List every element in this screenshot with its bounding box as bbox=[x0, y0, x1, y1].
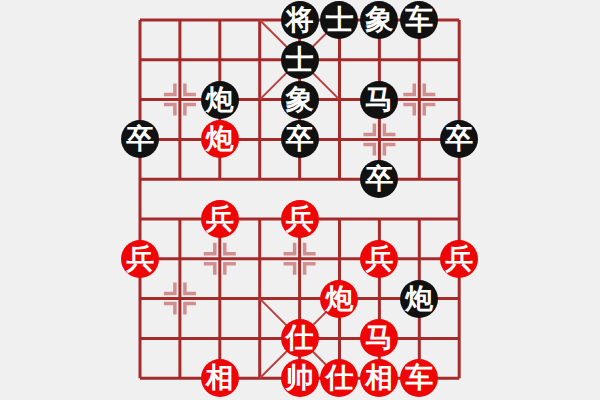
piece-red-elephant[interactable]: 相 bbox=[201, 359, 239, 397]
intersection-c7-r7[interactable]: 炮 bbox=[399, 279, 439, 319]
intersection-c3-r3[interactable] bbox=[240, 119, 280, 159]
intersection-c0-r5[interactable] bbox=[120, 199, 160, 239]
intersection-c4-r9[interactable]: 帅 bbox=[280, 358, 320, 398]
intersection-c3-r5[interactable] bbox=[240, 199, 280, 239]
intersection-c7-r6[interactable] bbox=[399, 239, 439, 279]
intersection-c0-r6[interactable]: 兵 bbox=[120, 239, 160, 279]
intersection-c2-r6[interactable] bbox=[200, 239, 240, 279]
board-intersections: 将士象车士炮象马卒炮卒卒卒兵兵兵兵兵炮炮仕马相帅仕相车 bbox=[120, 0, 479, 398]
piece-red-pawn[interactable]: 兵 bbox=[281, 200, 319, 238]
piece-black-advisor[interactable]: 士 bbox=[320, 1, 358, 39]
intersection-c6-r1[interactable] bbox=[359, 40, 399, 80]
intersection-c3-r4[interactable] bbox=[240, 159, 280, 199]
intersection-c4-r7[interactable] bbox=[280, 279, 320, 319]
intersection-c8-r9[interactable] bbox=[439, 358, 479, 398]
intersection-c8-r5[interactable] bbox=[439, 199, 479, 239]
intersection-c0-r0[interactable] bbox=[120, 0, 160, 40]
intersection-c0-r9[interactable] bbox=[120, 358, 160, 398]
intersection-c2-r7[interactable] bbox=[200, 279, 240, 319]
piece-black-elephant[interactable]: 象 bbox=[281, 81, 319, 119]
intersection-c8-r0[interactable] bbox=[439, 0, 479, 40]
intersection-c5-r7[interactable]: 炮 bbox=[320, 279, 360, 319]
intersection-c6-r8[interactable]: 马 bbox=[359, 318, 399, 358]
intersection-c1-r3[interactable] bbox=[160, 119, 200, 159]
intersection-c8-r1[interactable] bbox=[439, 40, 479, 80]
piece-black-general[interactable]: 将 bbox=[281, 1, 319, 39]
intersection-c2-r2[interactable]: 炮 bbox=[200, 80, 240, 120]
piece-red-pawn[interactable]: 兵 bbox=[121, 240, 159, 278]
intersection-c3-r0[interactable] bbox=[240, 0, 280, 40]
intersection-c2-r3[interactable]: 炮 bbox=[200, 119, 240, 159]
intersection-c5-r9[interactable]: 仕 bbox=[320, 358, 360, 398]
intersection-c1-r1[interactable] bbox=[160, 40, 200, 80]
intersection-c3-r8[interactable] bbox=[240, 318, 280, 358]
intersection-c2-r9[interactable]: 相 bbox=[200, 358, 240, 398]
intersection-c1-r9[interactable] bbox=[160, 358, 200, 398]
intersection-c1-r0[interactable] bbox=[160, 0, 200, 40]
piece-black-advisor[interactable]: 士 bbox=[281, 41, 319, 79]
intersection-c5-r1[interactable] bbox=[320, 40, 360, 80]
intersection-c0-r3[interactable]: 卒 bbox=[120, 119, 160, 159]
piece-black-pawn[interactable]: 卒 bbox=[121, 120, 159, 158]
intersection-c8-r2[interactable] bbox=[439, 80, 479, 120]
intersection-c5-r5[interactable] bbox=[320, 199, 360, 239]
intersection-c5-r6[interactable] bbox=[320, 239, 360, 279]
piece-red-horse[interactable]: 马 bbox=[360, 319, 398, 357]
piece-black-pawn[interactable]: 卒 bbox=[281, 120, 319, 158]
intersection-c3-r1[interactable] bbox=[240, 40, 280, 80]
piece-black-horse[interactable]: 马 bbox=[360, 81, 398, 119]
intersection-c5-r2[interactable] bbox=[320, 80, 360, 120]
intersection-c5-r8[interactable] bbox=[320, 318, 360, 358]
intersection-c7-r9[interactable]: 车 bbox=[399, 358, 439, 398]
intersection-c2-r1[interactable] bbox=[200, 40, 240, 80]
piece-red-general[interactable]: 帅 bbox=[281, 359, 319, 397]
intersection-c7-r5[interactable] bbox=[399, 199, 439, 239]
intersection-c0-r4[interactable] bbox=[120, 159, 160, 199]
intersection-c1-r8[interactable] bbox=[160, 318, 200, 358]
intersection-c7-r4[interactable] bbox=[399, 159, 439, 199]
intersection-c8-r4[interactable] bbox=[439, 159, 479, 199]
piece-red-cannon[interactable]: 炮 bbox=[201, 120, 239, 158]
intersection-c8-r6[interactable]: 兵 bbox=[439, 239, 479, 279]
intersection-c2-r0[interactable] bbox=[200, 0, 240, 40]
intersection-c6-r6[interactable]: 兵 bbox=[359, 239, 399, 279]
intersection-c6-r0[interactable]: 象 bbox=[359, 0, 399, 40]
intersection-c5-r3[interactable] bbox=[320, 119, 360, 159]
intersection-c7-r3[interactable] bbox=[399, 119, 439, 159]
intersection-c0-r7[interactable] bbox=[120, 279, 160, 319]
xiangqi-board: 将士象车士炮象马卒炮卒卒卒兵兵兵兵兵炮炮仕马相帅仕相车 bbox=[0, 0, 600, 400]
piece-red-advisor[interactable]: 仕 bbox=[281, 319, 319, 357]
piece-black-elephant[interactable]: 象 bbox=[360, 1, 398, 39]
intersection-c3-r2[interactable] bbox=[240, 80, 280, 120]
intersection-c6-r4[interactable]: 卒 bbox=[359, 159, 399, 199]
intersection-c0-r8[interactable] bbox=[120, 318, 160, 358]
intersection-c3-r7[interactable] bbox=[240, 279, 280, 319]
intersection-c7-r8[interactable] bbox=[399, 318, 439, 358]
intersection-c0-r2[interactable] bbox=[120, 80, 160, 120]
piece-black-cannon[interactable]: 炮 bbox=[400, 280, 438, 318]
intersection-c6-r3[interactable] bbox=[359, 119, 399, 159]
piece-red-pawn[interactable]: 兵 bbox=[360, 240, 398, 278]
piece-red-elephant[interactable]: 相 bbox=[360, 359, 398, 397]
intersection-c2-r4[interactable] bbox=[200, 159, 240, 199]
intersection-c4-r6[interactable] bbox=[280, 239, 320, 279]
intersection-c8-r8[interactable] bbox=[439, 318, 479, 358]
piece-red-pawn[interactable]: 兵 bbox=[201, 200, 239, 238]
piece-black-cannon[interactable]: 炮 bbox=[201, 81, 239, 119]
intersection-c7-r0[interactable]: 车 bbox=[399, 0, 439, 40]
intersection-c4-r8[interactable]: 仕 bbox=[280, 318, 320, 358]
piece-black-chariot[interactable]: 车 bbox=[400, 1, 438, 39]
intersection-c4-r4[interactable] bbox=[280, 159, 320, 199]
intersection-c6-r7[interactable] bbox=[359, 279, 399, 319]
intersection-c3-r6[interactable] bbox=[240, 239, 280, 279]
intersection-c6-r5[interactable] bbox=[359, 199, 399, 239]
intersection-c1-r5[interactable] bbox=[160, 199, 200, 239]
intersection-c1-r7[interactable] bbox=[160, 279, 200, 319]
intersection-c5-r4[interactable] bbox=[320, 159, 360, 199]
piece-black-pawn[interactable]: 卒 bbox=[440, 120, 478, 158]
piece-red-cannon[interactable]: 炮 bbox=[320, 280, 358, 318]
intersection-c1-r6[interactable] bbox=[160, 239, 200, 279]
intersection-c5-r0[interactable]: 士 bbox=[320, 0, 360, 40]
intersection-c7-r1[interactable] bbox=[399, 40, 439, 80]
intersection-c7-r2[interactable] bbox=[399, 80, 439, 120]
intersection-c0-r1[interactable] bbox=[120, 40, 160, 80]
intersection-c3-r9[interactable] bbox=[240, 358, 280, 398]
intersection-c6-r2[interactable]: 马 bbox=[359, 80, 399, 120]
intersection-c1-r2[interactable] bbox=[160, 80, 200, 120]
piece-black-pawn[interactable]: 卒 bbox=[360, 160, 398, 198]
piece-red-chariot[interactable]: 车 bbox=[400, 359, 438, 397]
intersection-c4-r3[interactable]: 卒 bbox=[280, 119, 320, 159]
intersection-c2-r8[interactable] bbox=[200, 318, 240, 358]
intersection-c2-r5[interactable]: 兵 bbox=[200, 199, 240, 239]
intersection-c6-r9[interactable]: 相 bbox=[359, 358, 399, 398]
intersection-c4-r2[interactable]: 象 bbox=[280, 80, 320, 120]
intersection-c1-r4[interactable] bbox=[160, 159, 200, 199]
intersection-c8-r3[interactable]: 卒 bbox=[439, 119, 479, 159]
piece-red-pawn[interactable]: 兵 bbox=[440, 240, 478, 278]
intersection-c4-r5[interactable]: 兵 bbox=[280, 199, 320, 239]
intersection-c4-r1[interactable]: 士 bbox=[280, 40, 320, 80]
piece-red-advisor[interactable]: 仕 bbox=[320, 359, 358, 397]
intersection-c8-r7[interactable] bbox=[439, 279, 479, 319]
intersection-c4-r0[interactable]: 将 bbox=[280, 0, 320, 40]
